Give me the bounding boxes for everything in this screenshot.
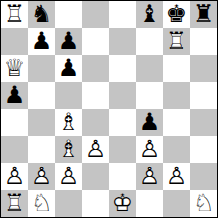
- white-rook-piece: ♜♖: [1, 1, 28, 28]
- square-c1[interactable]: [55, 190, 82, 217]
- square-c2[interactable]: ♟♙: [55, 163, 82, 190]
- white-bishop-piece: ♝♗: [55, 136, 82, 163]
- square-e5[interactable]: [109, 82, 136, 109]
- white-bishop-piece: ♝♗: [55, 109, 82, 136]
- square-e3[interactable]: [109, 136, 136, 163]
- square-h6[interactable]: [190, 55, 217, 82]
- white-pawn-piece: ♟♙: [163, 163, 190, 190]
- black-pawn-glyph: ♟: [1, 82, 28, 109]
- square-a5[interactable]: ♟: [1, 82, 28, 109]
- black-pawn-piece: ♟: [136, 109, 163, 136]
- square-c4[interactable]: ♝♗: [55, 109, 82, 136]
- white-rook-outline: ♖: [163, 28, 190, 55]
- square-b6[interactable]: [28, 55, 55, 82]
- square-b5[interactable]: [28, 82, 55, 109]
- square-f3[interactable]: ♟♙: [136, 136, 163, 163]
- black-king-glyph: ♚: [163, 1, 190, 28]
- square-g3[interactable]: [163, 136, 190, 163]
- black-king-piece: ♚: [163, 1, 190, 28]
- white-knight-piece: ♞♘: [28, 190, 55, 217]
- black-knight-piece: ♞: [28, 1, 55, 28]
- square-a7[interactable]: [1, 28, 28, 55]
- white-rook-outline: ♖: [1, 190, 28, 217]
- black-pawn-glyph: ♟: [28, 28, 55, 55]
- square-d6[interactable]: [82, 55, 109, 82]
- white-knight-outline: ♘: [28, 190, 55, 217]
- black-bishop-piece: ♝: [136, 1, 163, 28]
- square-e7[interactable]: [109, 28, 136, 55]
- white-rook-piece: ♜♖: [1, 190, 28, 217]
- square-c3[interactable]: ♝♗: [55, 136, 82, 163]
- white-pawn-outline: ♙: [163, 163, 190, 190]
- white-pawn-outline: ♙: [82, 136, 109, 163]
- square-g4[interactable]: [163, 109, 190, 136]
- square-b2[interactable]: ♟♙: [28, 163, 55, 190]
- square-f1[interactable]: [136, 190, 163, 217]
- square-a1[interactable]: ♜♖: [1, 190, 28, 217]
- square-c5[interactable]: [55, 82, 82, 109]
- white-pawn-outline: ♙: [1, 163, 28, 190]
- square-g8[interactable]: ♚: [163, 1, 190, 28]
- square-b3[interactable]: [28, 136, 55, 163]
- square-a2[interactable]: ♟♙: [1, 163, 28, 190]
- black-bishop-glyph: ♝: [136, 1, 163, 28]
- white-pawn-piece: ♟♙: [136, 163, 163, 190]
- square-b4[interactable]: [28, 109, 55, 136]
- square-d8[interactable]: [82, 1, 109, 28]
- square-e4[interactable]: [109, 109, 136, 136]
- square-d4[interactable]: [82, 109, 109, 136]
- square-d5[interactable]: [82, 82, 109, 109]
- square-h8[interactable]: ♜: [190, 1, 217, 28]
- black-pawn-glyph: ♟: [55, 55, 82, 82]
- chess-board: ♜♖♞♝♚♜♟♟♜♖♛♕♟♟♝♗♟♝♗♟♙♟♙♟♙♟♙♟♙♟♙♟♙♜♖♞♘♚♔♞…: [1, 1, 217, 217]
- square-c7[interactable]: ♟: [55, 28, 82, 55]
- black-knight-glyph: ♞: [28, 1, 55, 28]
- white-pawn-piece: ♟♙: [28, 163, 55, 190]
- square-h7[interactable]: [190, 28, 217, 55]
- square-g6[interactable]: [163, 55, 190, 82]
- square-f5[interactable]: [136, 82, 163, 109]
- square-f7[interactable]: [136, 28, 163, 55]
- white-queen-piece: ♛♕: [1, 55, 28, 82]
- white-knight-piece: ♞♘: [190, 190, 217, 217]
- square-d7[interactable]: [82, 28, 109, 55]
- white-bishop-outline: ♗: [55, 136, 82, 163]
- square-e1[interactable]: ♚♔: [109, 190, 136, 217]
- square-h5[interactable]: [190, 82, 217, 109]
- square-c6[interactable]: ♟: [55, 55, 82, 82]
- black-pawn-piece: ♟: [55, 28, 82, 55]
- black-pawn-glyph: ♟: [136, 109, 163, 136]
- white-pawn-piece: ♟♙: [1, 163, 28, 190]
- square-f6[interactable]: [136, 55, 163, 82]
- chess-board-frame: ♜♖♞♝♚♜♟♟♜♖♛♕♟♟♝♗♟♝♗♟♙♟♙♟♙♟♙♟♙♟♙♟♙♜♖♞♘♚♔♞…: [0, 0, 218, 218]
- square-g1[interactable]: [163, 190, 190, 217]
- white-bishop-outline: ♗: [55, 109, 82, 136]
- black-pawn-piece: ♟: [28, 28, 55, 55]
- square-a4[interactable]: [1, 109, 28, 136]
- square-c8[interactable]: [55, 1, 82, 28]
- white-queen-outline: ♕: [1, 55, 28, 82]
- black-rook-glyph: ♜: [190, 1, 217, 28]
- square-h2[interactable]: [190, 163, 217, 190]
- square-h1[interactable]: ♞♘: [190, 190, 217, 217]
- square-a8[interactable]: ♜♖: [1, 1, 28, 28]
- square-e6[interactable]: [109, 55, 136, 82]
- white-rook-piece: ♜♖: [163, 28, 190, 55]
- square-a6[interactable]: ♛♕: [1, 55, 28, 82]
- white-knight-outline: ♘: [190, 190, 217, 217]
- square-d3[interactable]: ♟♙: [82, 136, 109, 163]
- square-g5[interactable]: [163, 82, 190, 109]
- square-a3[interactable]: [1, 136, 28, 163]
- square-e2[interactable]: [109, 163, 136, 190]
- white-king-outline: ♔: [109, 190, 136, 217]
- white-pawn-piece: ♟♙: [136, 136, 163, 163]
- white-king-piece: ♚♔: [109, 190, 136, 217]
- square-d1[interactable]: [82, 190, 109, 217]
- square-e8[interactable]: [109, 1, 136, 28]
- white-pawn-piece: ♟♙: [55, 163, 82, 190]
- square-b7[interactable]: ♟: [28, 28, 55, 55]
- square-d2[interactable]: [82, 163, 109, 190]
- square-b8[interactable]: ♞: [28, 1, 55, 28]
- white-pawn-piece: ♟♙: [82, 136, 109, 163]
- square-g2[interactable]: ♟♙: [163, 163, 190, 190]
- square-b1[interactable]: ♞♘: [28, 190, 55, 217]
- square-f2[interactable]: ♟♙: [136, 163, 163, 190]
- white-pawn-outline: ♙: [136, 136, 163, 163]
- white-rook-outline: ♖: [1, 1, 28, 28]
- white-pawn-outline: ♙: [55, 163, 82, 190]
- white-pawn-outline: ♙: [28, 163, 55, 190]
- square-f8[interactable]: ♝: [136, 1, 163, 28]
- black-pawn-glyph: ♟: [55, 28, 82, 55]
- square-h3[interactable]: [190, 136, 217, 163]
- white-pawn-outline: ♙: [136, 163, 163, 190]
- black-rook-piece: ♜: [190, 1, 217, 28]
- black-pawn-piece: ♟: [55, 55, 82, 82]
- square-f4[interactable]: ♟: [136, 109, 163, 136]
- black-pawn-piece: ♟: [1, 82, 28, 109]
- square-g7[interactable]: ♜♖: [163, 28, 190, 55]
- square-h4[interactable]: [190, 109, 217, 136]
